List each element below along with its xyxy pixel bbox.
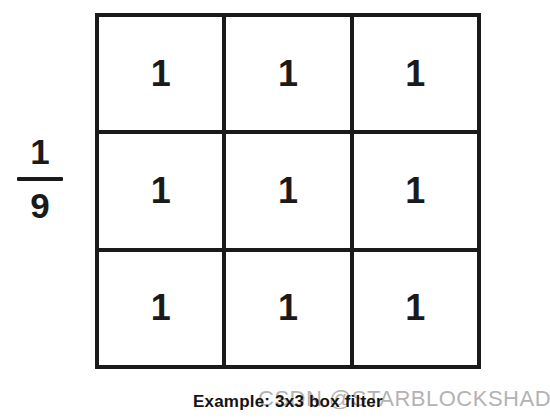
fraction-denominator: 9 xyxy=(11,184,69,228)
scalar-fraction: 1 9 xyxy=(11,130,69,228)
kernel-grid: 1 1 1 1 1 1 1 1 1 xyxy=(95,13,481,369)
kernel-cell-r2c1: 1 xyxy=(226,252,349,365)
kernel-cell-r0c2: 1 xyxy=(354,17,477,130)
fraction-bar xyxy=(17,177,63,181)
fraction-numerator: 1 xyxy=(11,130,69,174)
kernel-cell-r1c0: 1 xyxy=(99,134,222,247)
figure-caption: Example: 3x3 box filter xyxy=(193,392,383,412)
kernel-cell-r0c0: 1 xyxy=(99,17,222,130)
kernel-cell-r2c0: 1 xyxy=(99,252,222,365)
box-filter-diagram: 1 9 1 1 1 1 1 1 1 1 1 CSDN @STARBLOCKSHA… xyxy=(0,0,550,419)
kernel-cell-r1c1: 1 xyxy=(226,134,349,247)
kernel-cell-r0c1: 1 xyxy=(226,17,349,130)
kernel-cell-r1c2: 1 xyxy=(354,134,477,247)
kernel-cell-r2c2: 1 xyxy=(354,252,477,365)
